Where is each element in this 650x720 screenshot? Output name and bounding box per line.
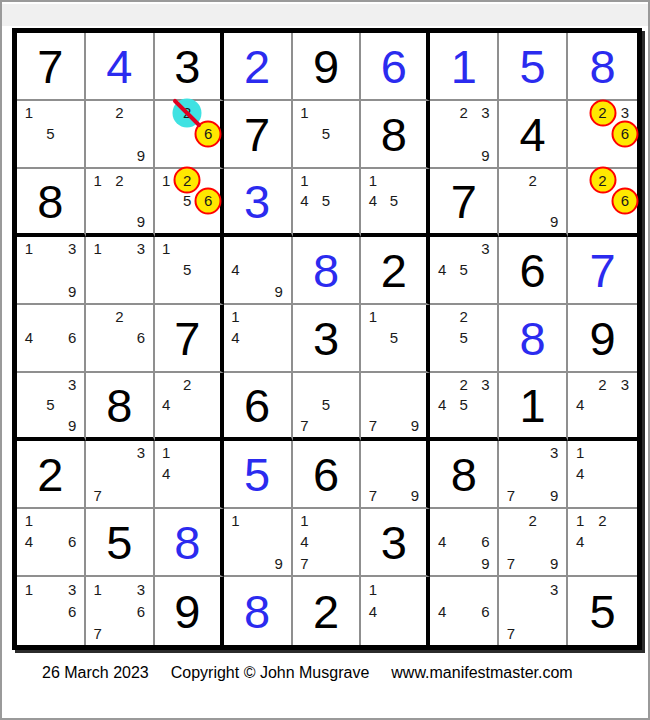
cell-value-solved: 8 [155, 509, 220, 575]
candidate-9: 9 [61, 415, 83, 436]
candidate-empty [522, 211, 544, 232]
candidate-grid: 25 [431, 306, 496, 370]
candidate-6: 6 [198, 191, 219, 212]
cell-r6c6[interactable]: 79 [361, 373, 430, 441]
candidate-empty [40, 102, 62, 123]
candidate-1: 1 [225, 510, 247, 531]
candidate-digit: 9 [550, 213, 558, 230]
cell-r9c8[interactable]: 37 [499, 577, 568, 645]
candidate-empty [591, 395, 613, 416]
candidate-4: 4 [18, 531, 40, 552]
candidate-digit: 2 [598, 172, 606, 189]
candidate-empty [453, 349, 475, 370]
candidate-9: 9 [61, 281, 83, 302]
cell-r6c2[interactable]: 8 [86, 373, 155, 441]
candidate-empty [130, 123, 152, 144]
candidate-empty [130, 170, 152, 191]
cell-r4c5[interactable]: 8 [293, 237, 362, 305]
candidate-empty [475, 349, 497, 370]
candidate-empty [109, 123, 131, 144]
candidate-empty [246, 259, 268, 280]
candidate-empty [591, 123, 613, 144]
candidate-4: 4 [225, 259, 247, 280]
candidate-digit: 9 [68, 283, 76, 300]
candidate-empty [198, 395, 219, 416]
cell-value-solved: 2 [224, 33, 291, 99]
candidate-empty [475, 306, 497, 327]
cell-value-given: 9 [293, 33, 360, 99]
cell-r3c1[interactable]: 8 [17, 169, 86, 237]
cell-r1c6[interactable]: 6 [361, 33, 430, 101]
candidate-empty [40, 259, 62, 280]
candidate-9: 9 [404, 415, 425, 436]
candidate-empty [109, 191, 131, 212]
cell-r7c9[interactable]: 14 [568, 441, 637, 509]
candidate-empty [383, 578, 404, 600]
cell-r5c7[interactable]: 25 [430, 305, 499, 373]
cell-r6c5[interactable]: 57 [293, 373, 362, 441]
candidate-empty [268, 349, 290, 370]
candidate-digit: 3 [137, 240, 145, 257]
candidate-digit: 1 [369, 581, 377, 598]
candidate-empty [130, 102, 152, 123]
cell-r2c9[interactable]: 236 [568, 101, 637, 169]
cell-r8c1[interactable]: 146 [17, 509, 86, 577]
candidate-9: 9 [268, 281, 290, 302]
cell-r3c2[interactable]: 129 [86, 169, 155, 237]
cell-r5c4[interactable]: 14 [224, 305, 293, 373]
cell-r1c2[interactable]: 4 [86, 33, 155, 101]
window-top-strip [2, 4, 648, 26]
candidate-empty [569, 191, 591, 212]
candidate-digit: 5 [46, 125, 54, 142]
footer-date: 26 March 2023 [42, 664, 149, 682]
cell-r5c9[interactable]: 9 [568, 305, 637, 373]
candidate-empty [383, 622, 404, 644]
cell-r9c7[interactable]: 46 [430, 577, 499, 645]
candidate-empty [109, 578, 131, 600]
candidate-grid: 37 [500, 578, 565, 644]
cell-r9c6[interactable]: 14 [361, 577, 430, 645]
candidate-4: 4 [569, 395, 591, 416]
candidate-empty [383, 395, 404, 416]
candidate-grid: 79 [362, 442, 425, 506]
candidate-empty [337, 191, 359, 212]
candidate-empty [475, 327, 497, 348]
candidate-4: 4 [431, 259, 453, 280]
candidate-empty [40, 531, 62, 552]
candidate-empty [362, 327, 383, 348]
cell-r4c3[interactable]: 15 [155, 237, 224, 305]
cell-r7c5[interactable]: 6 [293, 441, 362, 509]
candidate-empty [522, 600, 544, 622]
candidate-digit: 6 [68, 533, 76, 550]
candidate-empty [453, 123, 475, 144]
candidate-7: 7 [500, 553, 522, 574]
candidate-5: 5 [315, 123, 337, 144]
candidate-grid: 146 [18, 510, 83, 574]
cell-r5c1[interactable]: 46 [17, 305, 86, 373]
candidate-1: 1 [294, 170, 316, 191]
cell-r5c8[interactable]: 8 [499, 305, 568, 373]
cell-r8c6[interactable]: 3 [361, 509, 430, 577]
cell-value-solved: 8 [293, 237, 360, 303]
candidate-digit: 6 [204, 125, 212, 142]
candidate-2: 2 [453, 374, 475, 395]
candidate-2: 2 [177, 374, 198, 395]
candidate-empty [130, 306, 152, 327]
page: 7432961581529267158239423681291256314514… [0, 0, 650, 720]
candidate-3: 3 [130, 578, 152, 600]
candidate-empty [268, 510, 290, 531]
cell-r5c5[interactable]: 3 [293, 305, 362, 373]
cell-r2c8[interactable]: 4 [499, 101, 568, 169]
cell-r1c7[interactable]: 1 [430, 33, 499, 101]
candidate-9: 9 [543, 485, 565, 506]
candidate-9: 9 [130, 145, 152, 166]
cell-r7c8[interactable]: 379 [499, 441, 568, 509]
cell-value-solved: 4 [86, 33, 153, 99]
candidate-empty [268, 531, 290, 552]
candidate-empty [383, 170, 404, 191]
cell-r8c8[interactable]: 279 [499, 509, 568, 577]
cell-value-given: 4 [499, 101, 566, 167]
candidate-digit: 2 [460, 308, 468, 325]
cell-r4c6[interactable]: 2 [361, 237, 430, 305]
sudoku-board: 7432961581529267158239423681291256314514… [17, 33, 637, 645]
candidate-1: 1 [569, 510, 591, 531]
candidate-2: 2 [453, 306, 475, 327]
candidate-empty [614, 415, 636, 436]
candidate-empty [87, 281, 109, 302]
candidate-6: 6 [61, 600, 83, 622]
candidate-empty [40, 349, 62, 370]
candidate-empty [453, 145, 475, 166]
candidate-grid: 136 [18, 578, 83, 644]
candidate-empty [18, 374, 40, 395]
candidate-digit: 1 [300, 172, 308, 189]
cell-r6c8[interactable]: 1 [499, 373, 568, 441]
cell-r2c5[interactable]: 15 [293, 101, 362, 169]
candidate-empty [315, 374, 337, 395]
candidate-empty [337, 211, 359, 232]
candidate-empty [383, 600, 404, 622]
cell-r7c1[interactable]: 2 [17, 441, 86, 509]
candidate-6: 6 [61, 531, 83, 552]
cell-r6c4[interactable]: 6 [224, 373, 293, 441]
candidate-digit: 2 [598, 376, 606, 393]
candidate-grid: 15 [156, 238, 219, 302]
cell-r8c4[interactable]: 19 [224, 509, 293, 577]
candidate-digit: 2 [183, 172, 191, 189]
candidate-empty [431, 374, 453, 395]
cell-r2c1[interactable]: 15 [17, 101, 86, 169]
candidate-empty [362, 211, 383, 232]
candidate-empty [177, 145, 198, 166]
cell-r3c6[interactable]: 145 [361, 169, 430, 237]
candidate-empty [475, 395, 497, 416]
candidate-empty [404, 349, 425, 370]
candidate-6: 6 [475, 531, 497, 552]
cell-r6c1[interactable]: 359 [17, 373, 86, 441]
candidate-1: 1 [87, 238, 109, 259]
candidate-empty [225, 553, 247, 574]
candidate-empty [40, 306, 62, 327]
candidate-empty [404, 622, 425, 644]
candidate-empty [500, 510, 522, 531]
cell-value-solved: 8 [568, 33, 637, 99]
cell-value-given: 5 [86, 509, 153, 575]
candidate-empty [18, 600, 40, 622]
candidate-9: 9 [543, 211, 565, 232]
cell-r7c3[interactable]: 14 [155, 441, 224, 509]
candidate-empty [522, 485, 544, 506]
candidate-digit: 3 [550, 444, 558, 461]
cell-r1c8[interactable]: 5 [499, 33, 568, 101]
cell-r5c2[interactable]: 26 [86, 305, 155, 373]
cell-r7c4[interactable]: 5 [224, 441, 293, 509]
candidate-empty [130, 259, 152, 280]
candidate-4: 4 [362, 600, 383, 622]
candidate-empty [61, 102, 83, 123]
candidate-grid: 234 [569, 374, 636, 436]
candidate-digit: 1 [25, 581, 33, 598]
candidate-5: 5 [40, 123, 62, 144]
cell-r9c2[interactable]: 1367 [86, 577, 155, 645]
candidate-empty [569, 123, 591, 144]
candidate-empty [383, 485, 404, 506]
cell-value-given: 3 [293, 305, 360, 371]
candidate-digit: 9 [481, 147, 489, 164]
cell-r6c9[interactable]: 234 [568, 373, 637, 441]
candidate-7: 7 [500, 622, 522, 644]
candidate-empty [591, 145, 613, 166]
cell-r1c5[interactable]: 9 [293, 33, 362, 101]
candidate-digit: 4 [300, 192, 308, 209]
candidate-empty [543, 170, 565, 191]
cell-r1c9[interactable]: 8 [568, 33, 637, 101]
candidate-empty [268, 306, 290, 327]
candidate-grid: 46 [18, 306, 83, 370]
candidate-9: 9 [130, 211, 152, 232]
candidate-empty [246, 327, 268, 348]
candidate-1: 1 [18, 238, 40, 259]
candidate-digit: 1 [576, 512, 584, 529]
candidate-digit: 1 [94, 172, 102, 189]
candidate-empty [500, 600, 522, 622]
cell-value-given: 3 [155, 33, 220, 99]
candidate-grid: 24 [156, 374, 219, 436]
cell-r3c5[interactable]: 145 [293, 169, 362, 237]
candidate-digit: 2 [460, 104, 468, 121]
candidate-empty [40, 327, 62, 348]
candidate-grid: 13 [87, 238, 152, 302]
cell-r1c4[interactable]: 2 [224, 33, 293, 101]
candidate-empty [337, 510, 359, 531]
candidate-empty [109, 485, 131, 506]
candidate-empty [500, 191, 522, 212]
candidate-empty [337, 102, 359, 123]
candidate-digit: 7 [507, 625, 515, 642]
candidate-2: 2 [109, 102, 131, 123]
candidate-digit: 4 [162, 465, 170, 482]
candidate-7: 7 [362, 485, 383, 506]
candidate-empty [156, 259, 177, 280]
cell-r9c4[interactable]: 8 [224, 577, 293, 645]
candidate-7: 7 [294, 415, 316, 436]
candidate-4: 4 [569, 531, 591, 552]
cell-r9c1[interactable]: 136 [17, 577, 86, 645]
candidate-grid: 37 [87, 442, 152, 506]
candidate-digit: 7 [300, 555, 308, 572]
candidate-1: 1 [156, 442, 177, 463]
candidate-5: 5 [383, 327, 404, 348]
candidate-empty [87, 259, 109, 280]
cell-r5c6[interactable]: 15 [361, 305, 430, 373]
cell-r2c2[interactable]: 29 [86, 101, 155, 169]
candidate-7: 7 [87, 485, 109, 506]
candidate-empty [18, 259, 40, 280]
cell-r1c1[interactable]: 7 [17, 33, 86, 101]
candidate-empty [130, 622, 152, 644]
candidate-empty [383, 463, 404, 484]
candidate-digit: 6 [204, 192, 212, 209]
candidate-empty [591, 415, 613, 436]
candidate-digit: 2 [115, 172, 123, 189]
cell-r9c3[interactable]: 9 [155, 577, 224, 645]
candidate-empty [61, 349, 83, 370]
cell-r8c9[interactable]: 124 [568, 509, 637, 577]
candidate-empty [431, 306, 453, 327]
cell-r4c9[interactable]: 7 [568, 237, 637, 305]
candidate-empty [404, 327, 425, 348]
candidate-empty [614, 442, 636, 463]
candidate-empty [500, 442, 522, 463]
cell-r6c3[interactable]: 24 [155, 373, 224, 441]
cell-r7c6[interactable]: 79 [361, 441, 430, 509]
cell-r4c1[interactable]: 139 [17, 237, 86, 305]
candidate-grid: 236 [569, 102, 636, 166]
cell-r8c2[interactable]: 5 [86, 509, 155, 577]
candidate-empty [156, 191, 177, 212]
candidate-digit: 4 [576, 396, 584, 413]
cell-r8c3[interactable]: 8 [155, 509, 224, 577]
cell-r2c7[interactable]: 239 [430, 101, 499, 169]
candidate-empty [569, 145, 591, 166]
candidate-empty [543, 600, 565, 622]
cell-r3c7[interactable]: 7 [430, 169, 499, 237]
candidate-grid: 46 [431, 578, 496, 644]
cell-r3c8[interactable]: 29 [499, 169, 568, 237]
cell-r8c5[interactable]: 147 [293, 509, 362, 577]
candidate-empty [569, 211, 591, 232]
cell-r2c6[interactable]: 8 [361, 101, 430, 169]
candidate-digit: 2 [598, 104, 606, 121]
candidate-empty [500, 531, 522, 552]
candidate-9: 9 [475, 553, 497, 574]
candidate-empty [87, 442, 109, 463]
candidate-empty [522, 553, 544, 574]
candidate-empty [569, 485, 591, 506]
candidate-empty [453, 578, 475, 600]
candidate-digit: 9 [550, 487, 558, 504]
cell-r7c7[interactable]: 8 [430, 441, 499, 509]
candidate-empty [268, 238, 290, 259]
candidate-digit: 6 [137, 329, 145, 346]
candidate-empty [156, 281, 177, 302]
candidate-digit: 7 [94, 487, 102, 504]
candidate-empty [475, 281, 497, 302]
candidate-grid: 239 [431, 102, 496, 166]
candidate-grid: 359 [18, 374, 83, 436]
cell-r1c3[interactable]: 3 [155, 33, 224, 101]
candidate-1: 1 [18, 578, 40, 600]
candidate-empty [404, 170, 425, 191]
candidate-digit: 4 [438, 533, 446, 550]
cell-r4c8[interactable]: 6 [499, 237, 568, 305]
candidate-7: 7 [500, 485, 522, 506]
cell-r4c2[interactable]: 13 [86, 237, 155, 305]
candidate-empty [177, 485, 198, 506]
candidate-1: 1 [569, 442, 591, 463]
cell-r3c4[interactable]: 3 [224, 169, 293, 237]
cell-value-solved: 8 [499, 305, 566, 371]
candidate-empty [614, 531, 636, 552]
candidate-grid: 14 [569, 442, 636, 506]
candidate-grid: 19 [225, 510, 290, 574]
cell-r6c7[interactable]: 2345 [430, 373, 499, 441]
candidate-digit: 1 [231, 308, 239, 325]
cell-r8c7[interactable]: 469 [430, 509, 499, 577]
candidate-digit: 4 [231, 261, 239, 278]
candidate-digit: 9 [68, 417, 76, 434]
cell-r5c3[interactable]: 7 [155, 305, 224, 373]
cell-value-given: 5 [568, 577, 637, 645]
candidate-1: 1 [362, 306, 383, 327]
candidate-empty [130, 485, 152, 506]
candidate-grid: 15 [294, 102, 359, 166]
cell-value-given: 6 [293, 441, 360, 507]
cell-r7c2[interactable]: 37 [86, 441, 155, 509]
cell-r3c3[interactable]: 1256 [155, 169, 224, 237]
cell-r4c4[interactable]: 49 [224, 237, 293, 305]
candidate-empty [315, 102, 337, 123]
candidate-empty [40, 281, 62, 302]
candidate-empty [522, 463, 544, 484]
footer-copyright: Copyright © John Musgrave [171, 664, 370, 682]
cell-value-given: 9 [568, 305, 637, 371]
cell-r9c5[interactable]: 2 [293, 577, 362, 645]
candidate-3: 3 [475, 102, 497, 123]
candidate-digit: 1 [231, 512, 239, 529]
candidate-empty [18, 306, 40, 327]
cell-r3c9[interactable]: 26 [568, 169, 637, 237]
cell-r2c4[interactable]: 7 [224, 101, 293, 169]
cell-value-given: 2 [17, 441, 84, 507]
candidate-4: 4 [156, 395, 177, 416]
candidate-digit: 9 [481, 555, 489, 572]
candidate-empty [431, 123, 453, 144]
cell-r9c9[interactable]: 5 [568, 577, 637, 645]
cell-value-given: 9 [155, 577, 220, 645]
cell-r2c3[interactable]: 26 [155, 101, 224, 169]
candidate-digit: 4 [438, 261, 446, 278]
cell-r4c7[interactable]: 345 [430, 237, 499, 305]
cell-value-given: 6 [499, 237, 566, 303]
candidate-digit: 5 [183, 192, 191, 209]
candidate-digit: 1 [300, 512, 308, 529]
candidate-grid: 26 [156, 102, 219, 166]
